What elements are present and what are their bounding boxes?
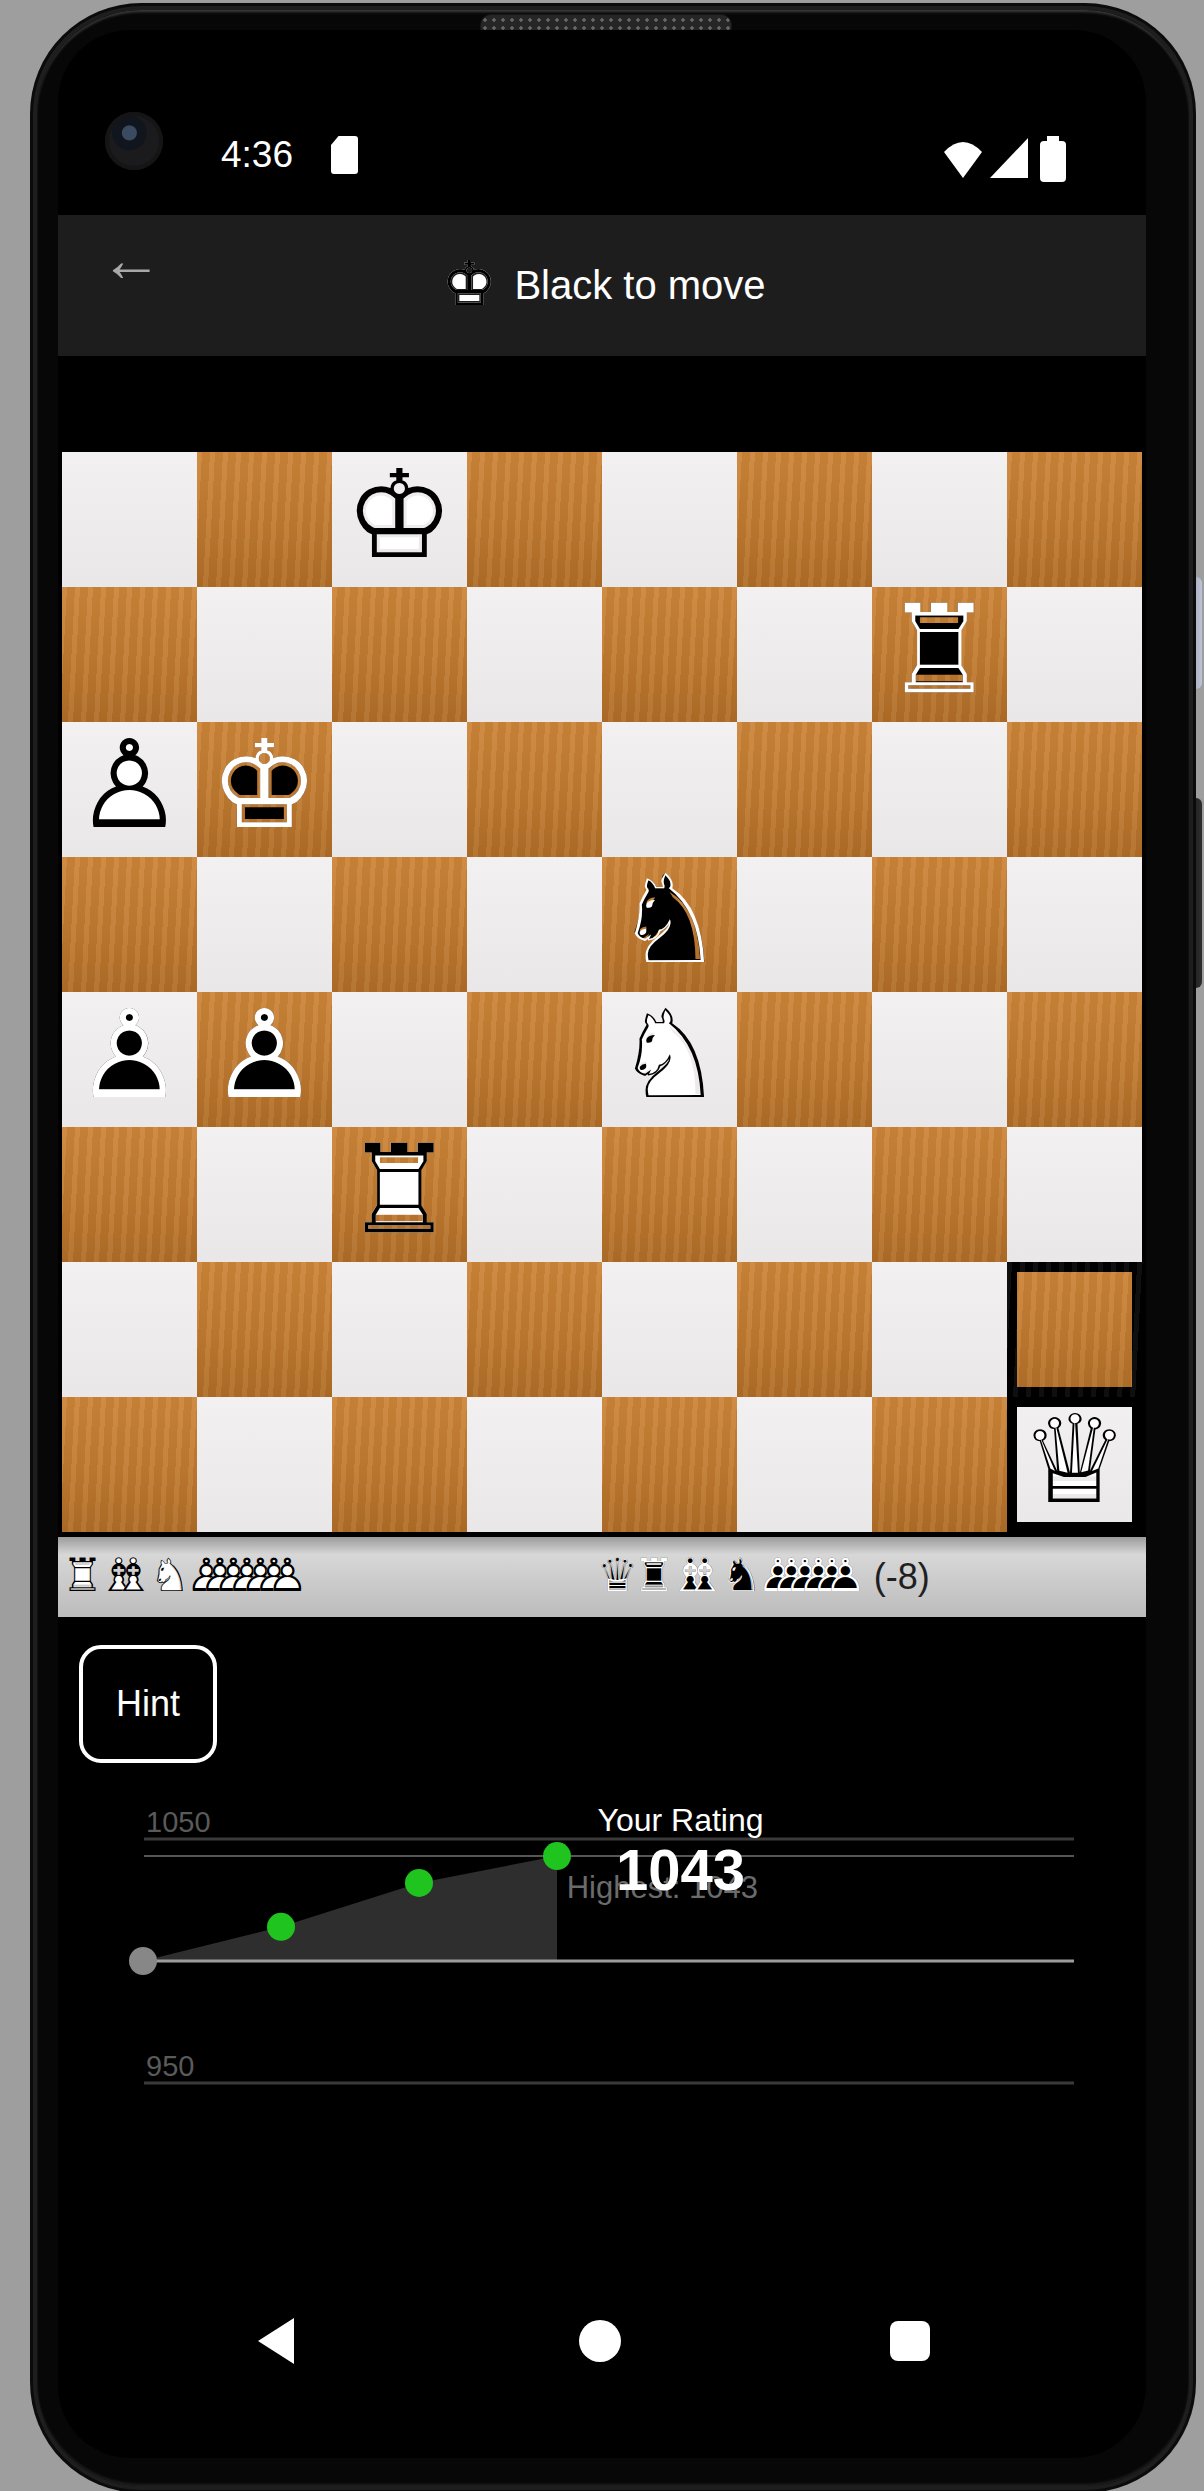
square-f4[interactable] bbox=[737, 992, 872, 1127]
captured-tray: ♜♖♝♗♝♗♞♘♟♙♟♙♟♙♟♙♟♙♟♙♟♙ ♛♕♜♖♝♗♝♗♞♘♟♙♟♙♟♙♟… bbox=[58, 1537, 1146, 1617]
square-a3[interactable] bbox=[62, 1127, 197, 1262]
material-diff: (-8) bbox=[874, 1556, 930, 1598]
square-h1[interactable]: ♛♕ bbox=[1007, 1397, 1142, 1532]
square-c1[interactable] bbox=[332, 1397, 467, 1532]
square-f6[interactable] bbox=[737, 722, 872, 857]
square-a7[interactable] bbox=[62, 587, 197, 722]
battery-icon bbox=[1039, 136, 1067, 182]
square-d5[interactable] bbox=[467, 857, 602, 992]
square-b8[interactable] bbox=[197, 452, 332, 587]
square-e1[interactable] bbox=[602, 1397, 737, 1532]
square-b2[interactable] bbox=[197, 1262, 332, 1397]
wifi-icon bbox=[942, 136, 984, 180]
white-king-icon: ♚♔ bbox=[438, 255, 500, 317]
square-d4[interactable] bbox=[467, 992, 602, 1127]
square-g3[interactable] bbox=[872, 1127, 1007, 1262]
square-h6[interactable] bbox=[1007, 722, 1142, 857]
black-king: ♚♔ bbox=[204, 729, 326, 851]
square-c4[interactable] bbox=[332, 992, 467, 1127]
phone-frame: 4:36 ← ♚♔ Black to move ♚♔♜♖♟♙♚♔♞♘♟♙♟♙♞♘… bbox=[33, 6, 1193, 2490]
square-b1[interactable] bbox=[197, 1397, 332, 1532]
white-king: ♚♔ bbox=[339, 459, 461, 581]
square-a2[interactable] bbox=[62, 1262, 197, 1397]
square-b3[interactable] bbox=[197, 1127, 332, 1262]
page-title: Black to move bbox=[514, 263, 765, 308]
page: 4:36 ← ♚♔ Black to move ♚♔♜♖♟♙♚♔♞♘♟♙♟♙♞♘… bbox=[0, 0, 1204, 2491]
square-e6[interactable] bbox=[602, 722, 737, 857]
square-c5[interactable] bbox=[332, 857, 467, 992]
sdcard-icon bbox=[331, 136, 358, 174]
square-g5[interactable] bbox=[872, 857, 1007, 992]
white-queen: ♛♕ bbox=[1014, 1404, 1136, 1526]
square-h7[interactable] bbox=[1007, 587, 1142, 722]
rating-title: Your Rating bbox=[508, 1802, 853, 1839]
square-a6[interactable]: ♟♙ bbox=[62, 722, 197, 857]
screen: 4:36 ← ♚♔ Black to move ♚♔♜♖♟♙♚♔♞♘♟♙♟♙♞♘… bbox=[58, 30, 1146, 2458]
square-c8[interactable]: ♚♔ bbox=[332, 452, 467, 587]
black-pawn: ♟♙ bbox=[204, 999, 326, 1121]
square-g2[interactable] bbox=[872, 1262, 1007, 1397]
square-e8[interactable] bbox=[602, 452, 737, 587]
square-a8[interactable] bbox=[62, 452, 197, 587]
captured-black-rook: ♜♖ bbox=[640, 1554, 669, 1600]
captured-black-queen: ♛♕ bbox=[603, 1554, 632, 1600]
square-g6[interactable] bbox=[872, 722, 1007, 857]
square-d3[interactable] bbox=[467, 1127, 602, 1262]
square-b7[interactable] bbox=[197, 587, 332, 722]
captured-black-knight: ♞♘ bbox=[727, 1554, 756, 1600]
square-g4[interactable] bbox=[872, 992, 1007, 1127]
captured-white-rook: ♜♖ bbox=[68, 1554, 97, 1600]
square-h3[interactable] bbox=[1007, 1127, 1142, 1262]
square-e4[interactable]: ♞♘ bbox=[602, 992, 737, 1127]
square-f8[interactable] bbox=[737, 452, 872, 587]
square-a4[interactable]: ♟♙ bbox=[62, 992, 197, 1127]
square-f7[interactable] bbox=[737, 587, 872, 722]
black-pawn: ♟♙ bbox=[69, 999, 191, 1121]
captured-white-bishop: ♝♗ bbox=[119, 1554, 148, 1600]
square-g8[interactable] bbox=[872, 452, 1007, 587]
rating-point bbox=[267, 1913, 295, 1941]
square-c6[interactable] bbox=[332, 722, 467, 857]
captured-white-pawn: ♟♙ bbox=[273, 1554, 302, 1600]
square-e5[interactable]: ♞♘ bbox=[602, 857, 737, 992]
square-d7[interactable] bbox=[467, 587, 602, 722]
clock: 4:36 bbox=[221, 134, 293, 176]
square-c2[interactable] bbox=[332, 1262, 467, 1397]
y-tick-1050: 1050 bbox=[146, 1806, 211, 1839]
back-arrow[interactable]: ← bbox=[100, 229, 162, 291]
square-h5[interactable] bbox=[1007, 857, 1142, 992]
square-h2[interactable] bbox=[1007, 1262, 1142, 1397]
current-rating-value: 1043 bbox=[508, 1836, 853, 1903]
rating-point bbox=[129, 1947, 157, 1975]
square-b5[interactable] bbox=[197, 857, 332, 992]
square-f2[interactable] bbox=[737, 1262, 872, 1397]
black-knight: ♞♘ bbox=[609, 864, 731, 986]
nav-recents-button[interactable] bbox=[890, 2321, 930, 2361]
captured-white-knight: ♞♘ bbox=[156, 1554, 185, 1600]
square-d6[interactable] bbox=[467, 722, 602, 857]
square-c7[interactable] bbox=[332, 587, 467, 722]
y-tick-950: 950 bbox=[146, 2050, 194, 2083]
white-pawn: ♟♙ bbox=[69, 729, 191, 851]
square-f3[interactable] bbox=[737, 1127, 872, 1262]
square-b6[interactable]: ♚♔ bbox=[197, 722, 332, 857]
square-e3[interactable] bbox=[602, 1127, 737, 1262]
square-c3[interactable]: ♜♖ bbox=[332, 1127, 467, 1262]
square-g1[interactable] bbox=[872, 1397, 1007, 1532]
square-f5[interactable] bbox=[737, 857, 872, 992]
square-d8[interactable] bbox=[467, 452, 602, 587]
nav-back-button[interactable] bbox=[258, 2318, 294, 2364]
square-d1[interactable] bbox=[467, 1397, 602, 1532]
square-b4[interactable]: ♟♙ bbox=[197, 992, 332, 1127]
square-h8[interactable] bbox=[1007, 452, 1142, 587]
captured-white-pieces: ♜♖♝♗♝♗♞♘♟♙♟♙♟♙♟♙♟♙♟♙♟♙ bbox=[68, 1537, 302, 1617]
white-rook: ♜♖ bbox=[339, 1134, 461, 1256]
square-h4[interactable] bbox=[1007, 992, 1142, 1127]
captured-black-pieces: ♛♕♜♖♝♗♝♗♞♘♟♙♟♙♟♙♟♙♟♙♟♙(-8) bbox=[603, 1537, 930, 1617]
square-a1[interactable] bbox=[62, 1397, 197, 1532]
square-e7[interactable] bbox=[602, 587, 737, 722]
black-rook: ♜♖ bbox=[879, 594, 1001, 716]
square-a5[interactable] bbox=[62, 857, 197, 992]
square-d2[interactable] bbox=[467, 1262, 602, 1397]
hint-button[interactable]: Hint bbox=[79, 1645, 217, 1763]
square-g7[interactable]: ♜♖ bbox=[872, 587, 1007, 722]
captured-black-bishop: ♝♗ bbox=[691, 1554, 720, 1600]
chess-board: ♚♔♜♖♟♙♚♔♞♘♟♙♟♙♞♘♜♖♛♕ bbox=[62, 452, 1142, 1532]
white-knight: ♞♘ bbox=[609, 999, 731, 1121]
captured-black-pawn: ♟♙ bbox=[831, 1554, 860, 1600]
square-f1[interactable] bbox=[737, 1397, 872, 1532]
app-bar: ← ♚♔ Black to move bbox=[58, 215, 1146, 356]
front-camera bbox=[105, 112, 163, 170]
nav-home-button[interactable] bbox=[579, 2320, 621, 2362]
signal-icon bbox=[988, 136, 1030, 180]
square-e2[interactable] bbox=[602, 1262, 737, 1397]
